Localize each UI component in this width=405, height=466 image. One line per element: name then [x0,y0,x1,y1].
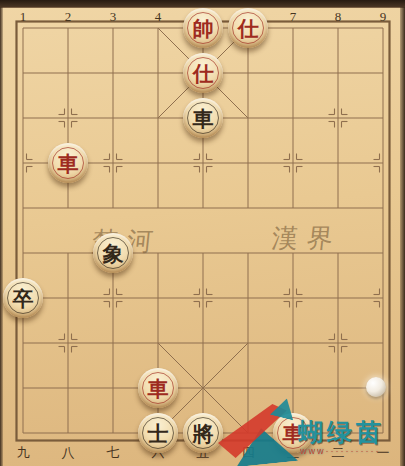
file-label-bottom-1: 九 [11,444,35,462]
piece-glyph: 士 [148,423,169,444]
piece-black-士[interactable]: 士 [138,413,178,453]
file-label-top-8: 8 [326,9,350,25]
file-label-bottom-9: 一 [371,444,395,462]
screen-top-bezel [0,0,405,8]
file-label-top-9: 9 [371,9,395,25]
piece-glyph: 車 [283,423,304,444]
white-ball [366,377,386,397]
piece-glyph: 帥 [193,18,214,39]
piece-glyph: 車 [193,108,214,129]
piece-red-車[interactable]: 車 [138,368,178,408]
piece-black-象[interactable]: 象 [93,233,133,273]
file-label-top-2: 2 [56,9,80,25]
file-label-top-3: 3 [101,9,125,25]
piece-glyph: 象 [103,243,124,264]
piece-red-車[interactable]: 車 [48,143,88,183]
file-label-top-4: 4 [146,9,170,25]
xiangqi-app-screen: 帥仕仕車車象卒車士將車 楚河 漢界 蝴绿茵 www··········· 123… [0,0,405,466]
piece-glyph: 將 [193,423,214,444]
file-label-bottom-6: 四 [236,444,260,462]
piece-glyph: 車 [148,378,169,399]
screen-left-bezel [0,7,3,466]
file-label-bottom-2: 八 [56,444,80,462]
file-label-bottom-8: 二 [326,444,350,462]
river-label-right: 漢界 [270,221,344,256]
file-label-top-7: 7 [281,9,305,25]
piece-black-將[interactable]: 將 [183,413,223,453]
piece-glyph: 卒 [13,288,34,309]
piece-black-卒[interactable]: 卒 [3,278,43,318]
file-label-bottom-3: 七 [101,444,125,462]
piece-red-車[interactable]: 車 [273,413,313,453]
piece-black-車[interactable]: 車 [183,98,223,138]
file-label-top-1: 1 [11,9,35,25]
piece-glyph: 仕 [193,63,214,84]
piece-red-帥[interactable]: 帥 [183,8,223,48]
piece-red-仕[interactable]: 仕 [183,53,223,93]
screen-right-bezel [400,7,405,466]
piece-glyph: 仕 [238,18,259,39]
piece-red-仕[interactable]: 仕 [228,8,268,48]
piece-glyph: 車 [58,153,79,174]
